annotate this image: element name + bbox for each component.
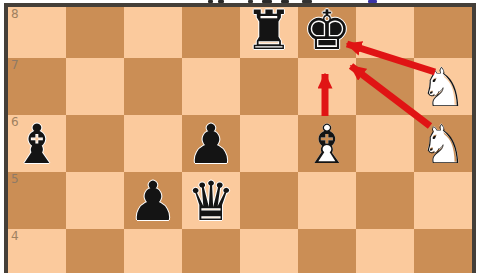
square-a8[interactable]: 8 xyxy=(8,7,66,58)
square-a7[interactable]: 7 xyxy=(8,58,66,115)
black-queen[interactable]: ♛ xyxy=(187,175,235,229)
square-c6[interactable] xyxy=(124,115,182,172)
square-g4[interactable] xyxy=(356,229,414,273)
square-b4[interactable] xyxy=(66,229,124,273)
square-b8[interactable] xyxy=(66,7,124,58)
square-c7[interactable] xyxy=(124,58,182,115)
rank-label-8: 8 xyxy=(11,8,19,20)
square-d4[interactable] xyxy=(182,229,240,273)
square-f4[interactable] xyxy=(298,229,356,273)
square-e8[interactable]: ♜ xyxy=(240,7,298,58)
square-b6[interactable] xyxy=(66,115,124,172)
black-pawn[interactable]: ♟ xyxy=(129,175,177,229)
square-b5[interactable] xyxy=(66,172,124,229)
square-d5[interactable]: ♛ xyxy=(182,172,240,229)
square-e4[interactable] xyxy=(240,229,298,273)
square-c8[interactable] xyxy=(124,7,182,58)
square-b7[interactable] xyxy=(66,58,124,115)
black-pawn[interactable]: ♟ xyxy=(187,118,235,172)
square-h5[interactable] xyxy=(414,172,472,229)
square-g6[interactable] xyxy=(356,115,414,172)
black-bishop[interactable]: ♝ xyxy=(13,118,61,172)
square-e7[interactable] xyxy=(240,58,298,115)
rank-label-6: 6 xyxy=(11,116,19,128)
square-g7[interactable] xyxy=(356,58,414,115)
square-f6[interactable]: ♝♗ xyxy=(298,115,356,172)
rank-label-4: 4 xyxy=(11,230,19,242)
square-h8[interactable] xyxy=(414,7,472,58)
white-bishop[interactable]: ♝♗ xyxy=(303,118,351,172)
square-h6[interactable]: ♞♘ xyxy=(414,115,472,172)
square-g5[interactable] xyxy=(356,172,414,229)
square-d6[interactable]: ♟ xyxy=(182,115,240,172)
square-f7[interactable] xyxy=(298,58,356,115)
square-a6[interactable]: 6♝ xyxy=(8,115,66,172)
black-rook[interactable]: ♜ xyxy=(245,4,293,58)
square-a4[interactable]: 4 xyxy=(8,229,66,273)
square-a5[interactable]: 5 xyxy=(8,172,66,229)
square-c5[interactable]: ♟ xyxy=(124,172,182,229)
square-c4[interactable] xyxy=(124,229,182,273)
white-knight[interactable]: ♞♘ xyxy=(419,61,467,115)
square-d8[interactable] xyxy=(182,7,240,58)
square-h7[interactable]: ♞♘ xyxy=(414,58,472,115)
chess-board[interactable]: 8♜♚7♞♘6♝♟♝♗♞♘5♟♛4 xyxy=(4,3,476,273)
square-e5[interactable] xyxy=(240,172,298,229)
white-knight[interactable]: ♞♘ xyxy=(419,118,467,172)
rank-label-5: 5 xyxy=(11,173,19,185)
square-d7[interactable] xyxy=(182,58,240,115)
square-f8[interactable]: ♚ xyxy=(298,7,356,58)
chess-diagram-screenshot: 8♜♚7♞♘6♝♟♝♗♞♘5♟♛4 xyxy=(0,0,484,273)
rank-label-7: 7 xyxy=(11,59,19,71)
square-e6[interactable] xyxy=(240,115,298,172)
black-king[interactable]: ♚ xyxy=(303,4,351,58)
square-h4[interactable] xyxy=(414,229,472,273)
square-f5[interactable] xyxy=(298,172,356,229)
square-g8[interactable] xyxy=(356,7,414,58)
